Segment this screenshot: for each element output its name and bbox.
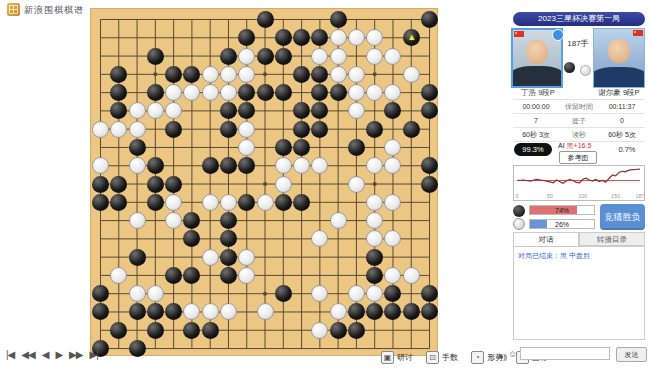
black-stone xyxy=(92,194,109,211)
white-winrate: 0.7% xyxy=(610,145,644,154)
white-stone-icon xyxy=(580,65,591,76)
black-stone xyxy=(238,194,255,211)
app-logo-icon xyxy=(7,3,20,16)
white-stone xyxy=(348,84,365,101)
player-body xyxy=(593,67,645,88)
black-stone xyxy=(92,176,109,193)
white-stone xyxy=(366,194,383,211)
black-stone xyxy=(110,176,127,193)
white-stone xyxy=(220,66,237,83)
black-stone xyxy=(275,48,292,65)
white-stone xyxy=(129,121,146,138)
white-stone xyxy=(348,176,365,193)
white-stone xyxy=(384,48,401,65)
white-stone xyxy=(330,29,347,46)
black-player-name: 丁浩 9段P xyxy=(511,88,565,98)
white-stone xyxy=(202,84,219,101)
white-stone xyxy=(147,285,164,302)
white-stone xyxy=(202,66,219,83)
chat-panel[interactable]: 对局已结束：黑 中盘胜 xyxy=(513,246,645,340)
black-stone xyxy=(165,121,182,138)
black-stone xyxy=(293,139,310,156)
white-stone xyxy=(257,194,274,211)
byoyomi-row: 60秒 3次 读秒 60秒 5次 xyxy=(513,128,645,142)
white-stone xyxy=(311,48,328,65)
white-stone xyxy=(110,121,127,138)
black-stone xyxy=(147,157,164,174)
white-stone xyxy=(403,267,420,284)
black-stone-icon xyxy=(564,62,575,73)
black-stone xyxy=(129,340,146,357)
svg-text:187: 187 xyxy=(635,193,644,199)
white-stone xyxy=(129,102,146,119)
white-stone xyxy=(202,249,219,266)
black-stone xyxy=(220,212,237,229)
white-stone xyxy=(238,66,255,83)
nav-button-0[interactable]: |◀ xyxy=(6,349,14,360)
ai-label-text: AI xyxy=(558,142,565,149)
white-stone xyxy=(366,48,383,65)
white-stone xyxy=(92,121,109,138)
white-stone xyxy=(238,249,255,266)
black-stone xyxy=(403,121,420,138)
nav-button-4[interactable]: ▶▶ xyxy=(69,349,82,360)
black-stone xyxy=(147,176,164,193)
winrate-graph[interactable]: 050100150187 xyxy=(513,165,645,201)
white-stone xyxy=(330,212,347,229)
black-stone xyxy=(129,249,146,266)
chat-input[interactable] xyxy=(520,347,610,360)
white-vote-bar: 26% xyxy=(529,219,595,229)
black-stone xyxy=(129,303,146,320)
white-stone xyxy=(257,303,274,320)
white-stone xyxy=(330,66,347,83)
black-stone xyxy=(311,121,328,138)
svg-text:100: 100 xyxy=(578,193,587,199)
tab-broadcast-log[interactable]: 转播目录 xyxy=(579,232,645,246)
black-stone xyxy=(257,84,274,101)
black-stone xyxy=(257,11,274,28)
black-stone xyxy=(129,139,146,156)
tool-icon: ⊡ xyxy=(426,351,439,364)
clock-table: 00:00:00 保留时间 00:11:37 7 提子 0 60秒 3次 读秒 … xyxy=(513,99,645,142)
last-move-marker: ▲ xyxy=(407,33,416,42)
black-captures: 7 xyxy=(513,117,559,124)
white-stone xyxy=(220,84,237,101)
reference-diagram-button[interactable]: 参考图 xyxy=(559,151,597,164)
white-stone-icon xyxy=(513,218,525,230)
white-player-photo xyxy=(593,28,645,88)
nav-button-3[interactable]: ▶ xyxy=(55,349,62,360)
black-stone xyxy=(330,322,347,339)
white-stone xyxy=(275,176,292,193)
white-player-name: 谢尔豪 9段P xyxy=(591,88,647,98)
black-stone xyxy=(202,322,219,339)
black-stone xyxy=(165,176,182,193)
black-stone xyxy=(330,84,347,101)
black-vote-pct: 74% xyxy=(530,206,594,216)
svg-text:150: 150 xyxy=(611,193,620,199)
white-stone xyxy=(238,267,255,284)
black-stone xyxy=(275,84,292,101)
tool-icon: ▣ xyxy=(381,351,394,364)
black-stone xyxy=(147,84,164,101)
svg-text:50: 50 xyxy=(547,193,553,199)
white-stone xyxy=(202,194,219,211)
white-stone xyxy=(330,303,347,320)
match-title: 2023三星杯决赛第一局 xyxy=(513,12,645,26)
black-stone xyxy=(275,29,292,46)
black-stone xyxy=(366,249,383,266)
player-face xyxy=(526,40,548,64)
black-stone xyxy=(220,48,237,65)
black-stone xyxy=(330,11,347,28)
black-stone xyxy=(366,121,383,138)
black-stone-icon xyxy=(513,205,525,217)
tool-label: 研讨 xyxy=(397,352,413,363)
tool-研讨[interactable]: ▣研讨 xyxy=(381,351,413,364)
black-stone xyxy=(147,48,164,65)
black-stone xyxy=(147,194,164,211)
black-stone xyxy=(275,139,292,156)
captures-label: 提子 xyxy=(559,116,599,126)
move-count: 187手 xyxy=(563,38,593,49)
white-stone xyxy=(129,285,146,302)
black-stone xyxy=(293,194,310,211)
app-title: 新浪围棋棋谱 xyxy=(24,4,84,17)
white-stone xyxy=(129,157,146,174)
nav-button-5[interactable]: ▶| xyxy=(89,349,97,360)
white-stone xyxy=(348,285,365,302)
white-stone xyxy=(403,66,420,83)
black-stone xyxy=(348,139,365,156)
black-stone xyxy=(293,66,310,83)
nav-button-2[interactable]: ◀ xyxy=(42,349,49,360)
time-row: 00:00:00 保留时间 00:11:37 xyxy=(513,100,645,114)
white-vote-pct: 26% xyxy=(530,220,594,230)
guess-winner-button[interactable]: 竞猜胜负 xyxy=(600,204,645,230)
tab-chat[interactable]: 对话 xyxy=(513,232,579,246)
white-stone xyxy=(311,322,328,339)
white-stone xyxy=(238,121,255,138)
white-stone xyxy=(275,157,292,174)
black-time: 00:00:00 xyxy=(513,103,559,110)
black-stone xyxy=(165,66,182,83)
black-stone xyxy=(147,322,164,339)
send-button[interactable]: 发送 xyxy=(616,347,647,362)
go-board[interactable]: ▲ xyxy=(90,8,438,356)
byoyomi-label: 读秒 xyxy=(559,130,599,140)
player-face xyxy=(608,39,630,63)
captures-row: 7 提子 0 xyxy=(513,114,645,128)
black-stone xyxy=(202,157,219,174)
player-body xyxy=(511,66,563,88)
black-byoyomi: 60秒 3次 xyxy=(513,130,559,140)
black-stone xyxy=(220,121,237,138)
white-stone xyxy=(220,194,237,211)
tool-icon: ◔ xyxy=(471,351,484,364)
speaker-icon[interactable]: ◄)) xyxy=(496,352,506,361)
black-stone xyxy=(165,267,182,284)
black-stone xyxy=(275,194,292,211)
black-stone xyxy=(293,121,310,138)
black-stone xyxy=(110,66,127,83)
black-stone xyxy=(220,249,237,266)
black-stone xyxy=(257,48,274,65)
black-stone xyxy=(110,322,127,339)
white-stone xyxy=(165,194,182,211)
ai-score-value: 黑+16.5 xyxy=(567,142,592,149)
tool-label: 手数 xyxy=(442,352,458,363)
black-stone xyxy=(275,285,292,302)
black-stone xyxy=(421,176,438,193)
chat-message: 对局已结束：黑 中盘胜 xyxy=(518,251,590,261)
white-stone xyxy=(238,48,255,65)
black-winrate-badge: 99.3% xyxy=(514,143,552,156)
nav-button-1[interactable]: ◀◀ xyxy=(21,349,34,360)
white-stone xyxy=(348,66,365,83)
black-vote-bar: 74% xyxy=(529,205,595,215)
china-flag-icon xyxy=(514,31,524,37)
white-byoyomi: 60秒 5次 xyxy=(599,130,645,140)
ai-score: AI 黑+16.5 xyxy=(558,141,591,151)
white-stone xyxy=(129,212,146,229)
black-stone xyxy=(421,11,438,28)
white-captures: 0 xyxy=(599,117,645,124)
white-time: 00:11:37 xyxy=(599,103,645,110)
black-stone xyxy=(348,322,365,339)
tool-手数[interactable]: ⊡手数 xyxy=(426,351,458,364)
black-stone xyxy=(220,267,237,284)
black-stone xyxy=(421,84,438,101)
move-navigation: |◀◀◀◀▶▶▶▶| xyxy=(6,349,98,360)
china-flag-icon xyxy=(633,30,643,36)
time-label: 保留时间 xyxy=(559,102,599,112)
black-stone xyxy=(110,194,127,211)
emoji-icon[interactable]: ☺ xyxy=(508,349,517,359)
svg-text:0: 0 xyxy=(515,193,518,199)
black-stone xyxy=(366,267,383,284)
white-stone xyxy=(330,48,347,65)
